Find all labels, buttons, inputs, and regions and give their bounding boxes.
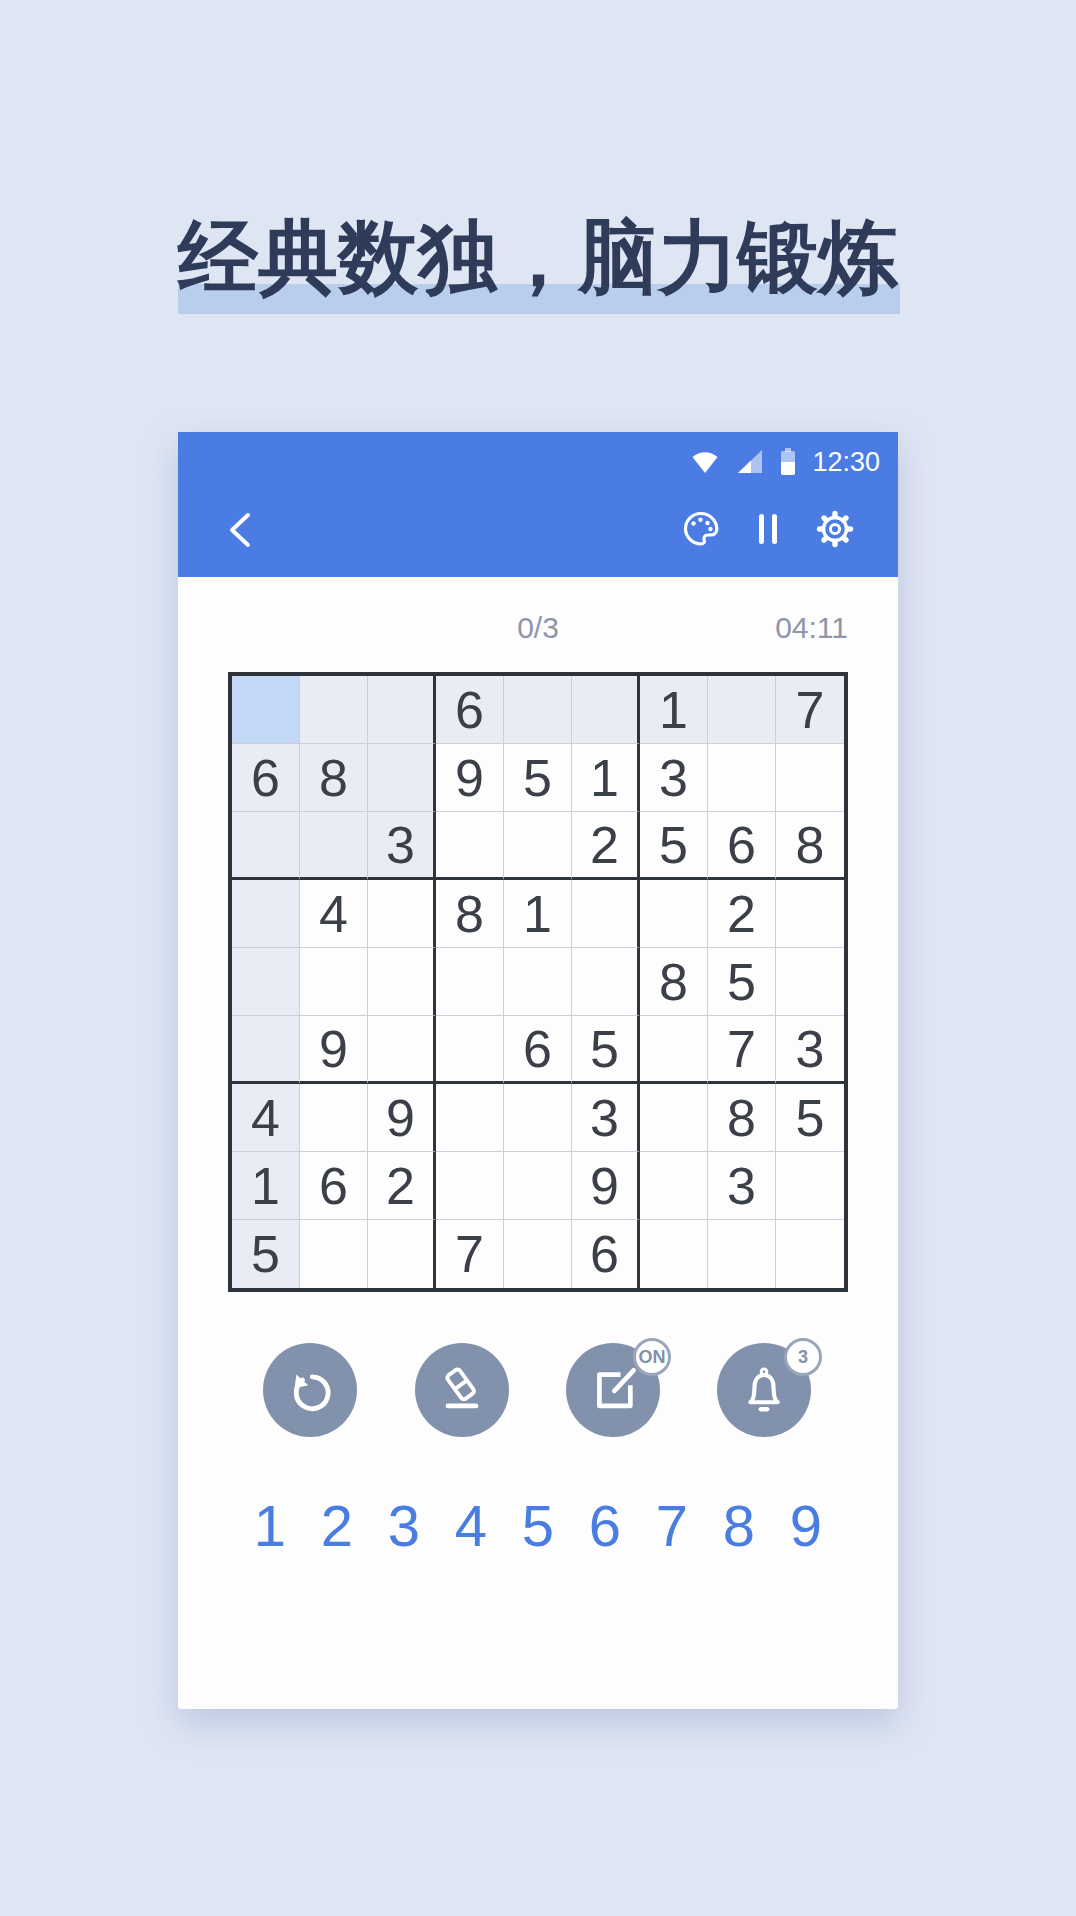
cell-r1c5[interactable] xyxy=(504,676,572,744)
cell-r2c2[interactable]: 8 xyxy=(300,744,368,812)
cell-r7c4[interactable] xyxy=(436,1084,504,1152)
cell-r4c5[interactable]: 1 xyxy=(504,880,572,948)
cell-r4c1[interactable] xyxy=(232,880,300,948)
cell-r4c8[interactable]: 2 xyxy=(708,880,776,948)
cell-r3c4[interactable] xyxy=(436,812,504,880)
cell-r2c9[interactable] xyxy=(776,744,844,812)
eraser-icon xyxy=(432,1360,492,1420)
palette-button[interactable] xyxy=(680,508,722,550)
wifi-icon xyxy=(690,449,720,475)
back-button[interactable] xyxy=(220,508,264,552)
numpad-2[interactable]: 2 xyxy=(304,1496,371,1556)
restart-button[interactable] xyxy=(263,1343,357,1437)
cell-r8c9[interactable] xyxy=(776,1152,844,1220)
cell-r6c5[interactable]: 6 xyxy=(504,1016,572,1084)
status-clock: 12:30 xyxy=(812,447,880,478)
cell-r3c5[interactable] xyxy=(504,812,572,880)
cell-r6c4[interactable] xyxy=(436,1016,504,1084)
cell-r9c4[interactable]: 7 xyxy=(436,1220,504,1288)
cell-r2c1[interactable]: 6 xyxy=(232,744,300,812)
status-bar: 12:30 xyxy=(690,440,880,484)
cell-r9c8[interactable] xyxy=(708,1220,776,1288)
settings-button[interactable] xyxy=(814,508,856,550)
cell-r2c5[interactable]: 5 xyxy=(504,744,572,812)
numpad-7[interactable]: 7 xyxy=(639,1496,706,1556)
cell-r7c7[interactable] xyxy=(640,1084,708,1152)
notes-icon xyxy=(583,1360,643,1420)
cell-r9c5[interactable] xyxy=(504,1220,572,1288)
cell-r3c6[interactable]: 2 xyxy=(572,812,640,880)
numpad-6[interactable]: 6 xyxy=(572,1496,639,1556)
cell-r2c4[interactable]: 9 xyxy=(436,744,504,812)
cell-r1c7[interactable]: 1 xyxy=(640,676,708,744)
number-pad: 123456789 xyxy=(178,1496,898,1556)
cell-r3c1[interactable] xyxy=(232,812,300,880)
cell-r1c2[interactable] xyxy=(300,676,368,744)
cell-r8c4[interactable] xyxy=(436,1152,504,1220)
cell-r6c1[interactable] xyxy=(232,1016,300,1084)
cell-r2c7[interactable]: 3 xyxy=(640,744,708,812)
cell-r8c5[interactable] xyxy=(504,1152,572,1220)
cell-r8c3[interactable]: 2 xyxy=(368,1152,436,1220)
cell-r2c6[interactable]: 1 xyxy=(572,744,640,812)
pause-icon xyxy=(759,514,777,544)
pause-button[interactable] xyxy=(747,508,789,550)
cell-r4c3[interactable] xyxy=(368,880,436,948)
cell-r6c3[interactable] xyxy=(368,1016,436,1084)
eraser-button[interactable] xyxy=(415,1343,509,1437)
app-bar xyxy=(178,482,898,577)
phone-mockup: 12:30 xyxy=(178,432,898,1709)
game-timer: 04:11 xyxy=(775,611,848,645)
cell-r5c9[interactable] xyxy=(776,948,844,1016)
cell-r3c2[interactable] xyxy=(300,812,368,880)
cell-r5c1[interactable] xyxy=(232,948,300,1016)
cell-r4c4[interactable]: 8 xyxy=(436,880,504,948)
cell-r7c3[interactable]: 9 xyxy=(368,1084,436,1152)
cell-r5c8[interactable]: 5 xyxy=(708,948,776,1016)
sudoku-board: 61768951332568481285965734938516293576 xyxy=(228,672,848,1292)
app-header: 12:30 xyxy=(178,432,898,577)
gear-icon xyxy=(820,514,851,545)
bell-icon xyxy=(734,1360,794,1420)
cell-r6c9[interactable]: 3 xyxy=(776,1016,844,1084)
cell-r3c8[interactable]: 6 xyxy=(708,812,776,880)
cell-r1c3[interactable] xyxy=(368,676,436,744)
cell-r6c2[interactable]: 9 xyxy=(300,1016,368,1084)
cell-r5c7[interactable]: 8 xyxy=(640,948,708,1016)
cell-r8c1[interactable]: 1 xyxy=(232,1152,300,1220)
cell-r7c5[interactable] xyxy=(504,1084,572,1152)
restart-icon xyxy=(280,1360,340,1420)
cell-r4c7[interactable] xyxy=(640,880,708,948)
cell-r2c8[interactable] xyxy=(708,744,776,812)
cell-r7c9[interactable]: 5 xyxy=(776,1084,844,1152)
cell-r8c8[interactable]: 3 xyxy=(708,1152,776,1220)
cell-r3c9[interactable]: 8 xyxy=(776,812,844,880)
cell-r5c3[interactable] xyxy=(368,948,436,1016)
numpad-4[interactable]: 4 xyxy=(438,1496,505,1556)
page-title: 经典数独，脑力锻炼 xyxy=(0,218,1076,298)
cell-r9c9[interactable] xyxy=(776,1220,844,1288)
notes-button[interactable]: ON xyxy=(566,1343,660,1437)
battery-icon xyxy=(780,448,796,476)
reminder-badge: 3 xyxy=(784,1338,822,1376)
signal-icon xyxy=(736,449,764,475)
cell-r2c3[interactable] xyxy=(368,744,436,812)
cell-r7c6[interactable]: 3 xyxy=(572,1084,640,1152)
cell-r5c2[interactable] xyxy=(300,948,368,1016)
cell-r6c6[interactable]: 5 xyxy=(572,1016,640,1084)
cell-r3c7[interactable]: 5 xyxy=(640,812,708,880)
reminder-button[interactable]: 3 xyxy=(717,1343,811,1437)
numpad-9[interactable]: 9 xyxy=(773,1496,840,1556)
cell-r5c6[interactable] xyxy=(572,948,640,1016)
cell-r8c6[interactable]: 9 xyxy=(572,1152,640,1220)
cell-r9c7[interactable] xyxy=(640,1220,708,1288)
cell-r8c2[interactable]: 6 xyxy=(300,1152,368,1220)
cell-r4c9[interactable] xyxy=(776,880,844,948)
cell-r9c2[interactable] xyxy=(300,1220,368,1288)
cell-r1c4[interactable]: 6 xyxy=(436,676,504,744)
numpad-8[interactable]: 8 xyxy=(706,1496,773,1556)
cell-r1c6[interactable] xyxy=(572,676,640,744)
cell-r6c8[interactable]: 7 xyxy=(708,1016,776,1084)
cell-r5c5[interactable] xyxy=(504,948,572,1016)
cell-r8c7[interactable] xyxy=(640,1152,708,1220)
cell-r4c2[interactable]: 4 xyxy=(300,880,368,948)
cell-r3c3[interactable]: 3 xyxy=(368,812,436,880)
cell-r7c2[interactable] xyxy=(300,1084,368,1152)
cell-r1c8[interactable] xyxy=(708,676,776,744)
cell-r5c4[interactable] xyxy=(436,948,504,1016)
cell-r7c8[interactable]: 8 xyxy=(708,1084,776,1152)
palette-icon xyxy=(686,514,717,545)
cell-r9c1[interactable]: 5 xyxy=(232,1220,300,1288)
notes-badge: ON xyxy=(633,1338,671,1376)
cell-r6c7[interactable] xyxy=(640,1016,708,1084)
cell-r1c1[interactable] xyxy=(232,676,300,744)
cell-r1c9[interactable]: 7 xyxy=(776,676,844,744)
cell-r9c6[interactable]: 6 xyxy=(572,1220,640,1288)
cell-r4c6[interactable] xyxy=(572,880,640,948)
numpad-1[interactable]: 1 xyxy=(237,1496,304,1556)
cell-r9c3[interactable] xyxy=(368,1220,436,1288)
numpad-3[interactable]: 3 xyxy=(371,1496,438,1556)
numpad-5[interactable]: 5 xyxy=(505,1496,572,1556)
cell-r7c1[interactable]: 4 xyxy=(232,1084,300,1152)
